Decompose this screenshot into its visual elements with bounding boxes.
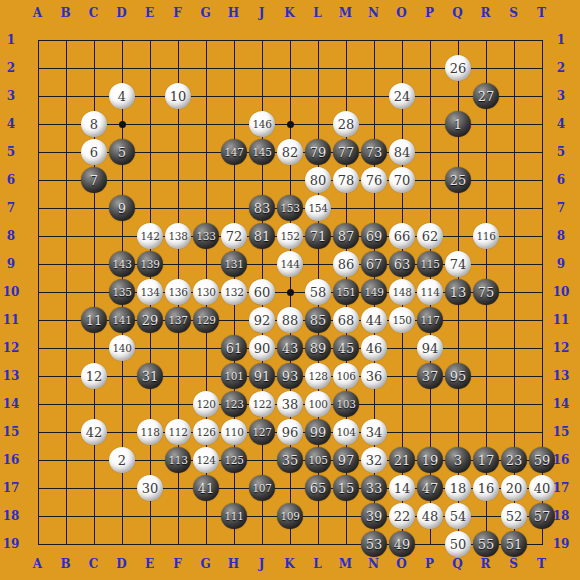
intersection-S9[interactable] [500, 250, 528, 278]
intersection-Q16[interactable]: 3 [444, 446, 472, 474]
intersection-J1[interactable] [248, 26, 276, 54]
intersection-K17[interactable] [276, 474, 304, 502]
intersection-G15[interactable]: 126 [192, 418, 220, 446]
intersection-N17[interactable]: 33 [360, 474, 388, 502]
intersection-O12[interactable] [388, 334, 416, 362]
intersection-E13[interactable]: 31 [136, 362, 164, 390]
intersection-F7[interactable] [164, 194, 192, 222]
intersection-Q3[interactable] [444, 82, 472, 110]
intersection-B2[interactable] [52, 54, 80, 82]
intersection-G1[interactable] [192, 26, 220, 54]
intersection-O18[interactable]: 22 [388, 502, 416, 530]
intersection-M2[interactable] [332, 54, 360, 82]
intersection-P13[interactable]: 37 [416, 362, 444, 390]
intersection-T18[interactable]: 57 [528, 502, 556, 530]
intersection-F10[interactable]: 136 [164, 278, 192, 306]
intersection-N9[interactable]: 67 [360, 250, 388, 278]
intersection-H6[interactable] [220, 166, 248, 194]
intersection-J17[interactable]: 107 [248, 474, 276, 502]
intersection-H17[interactable] [220, 474, 248, 502]
intersection-R18[interactable] [472, 502, 500, 530]
intersection-C16[interactable] [80, 446, 108, 474]
intersection-O10[interactable]: 148 [388, 278, 416, 306]
intersection-O11[interactable]: 150 [388, 306, 416, 334]
intersection-Q7[interactable] [444, 194, 472, 222]
intersection-P8[interactable]: 62 [416, 222, 444, 250]
intersection-D5[interactable]: 5 [108, 138, 136, 166]
intersection-H7[interactable] [220, 194, 248, 222]
intersection-L4[interactable] [304, 110, 332, 138]
intersection-H8[interactable]: 72 [220, 222, 248, 250]
intersection-O6[interactable]: 70 [388, 166, 416, 194]
intersection-B6[interactable] [52, 166, 80, 194]
intersection-K15[interactable]: 96 [276, 418, 304, 446]
intersection-A9[interactable] [24, 250, 52, 278]
intersection-A7[interactable] [24, 194, 52, 222]
intersection-A14[interactable] [24, 390, 52, 418]
intersection-T2[interactable] [528, 54, 556, 82]
intersection-Q8[interactable] [444, 222, 472, 250]
intersection-O16[interactable]: 21 [388, 446, 416, 474]
intersection-D12[interactable]: 140 [108, 334, 136, 362]
intersection-K12[interactable]: 43 [276, 334, 304, 362]
intersection-H11[interactable] [220, 306, 248, 334]
intersection-K3[interactable] [276, 82, 304, 110]
intersection-F9[interactable] [164, 250, 192, 278]
intersection-H16[interactable]: 125 [220, 446, 248, 474]
intersection-H9[interactable]: 131 [220, 250, 248, 278]
intersection-R5[interactable] [472, 138, 500, 166]
intersection-N11[interactable]: 44 [360, 306, 388, 334]
intersection-E11[interactable]: 29 [136, 306, 164, 334]
intersection-O1[interactable] [388, 26, 416, 54]
intersection-S3[interactable] [500, 82, 528, 110]
intersection-O5[interactable]: 84 [388, 138, 416, 166]
intersection-J3[interactable] [248, 82, 276, 110]
intersection-A10[interactable] [24, 278, 52, 306]
intersection-K7[interactable]: 153 [276, 194, 304, 222]
intersection-D6[interactable] [108, 166, 136, 194]
intersection-Q9[interactable]: 74 [444, 250, 472, 278]
intersection-K14[interactable]: 38 [276, 390, 304, 418]
intersection-T5[interactable] [528, 138, 556, 166]
intersection-H15[interactable]: 110 [220, 418, 248, 446]
intersection-R1[interactable] [472, 26, 500, 54]
intersection-B10[interactable] [52, 278, 80, 306]
intersection-L13[interactable]: 128 [304, 362, 332, 390]
intersection-F17[interactable] [164, 474, 192, 502]
intersection-D16[interactable]: 2 [108, 446, 136, 474]
intersection-N16[interactable]: 32 [360, 446, 388, 474]
intersection-D10[interactable]: 135 [108, 278, 136, 306]
intersection-M15[interactable]: 104 [332, 418, 360, 446]
intersection-A1[interactable] [24, 26, 52, 54]
intersection-J9[interactable] [248, 250, 276, 278]
intersection-E16[interactable] [136, 446, 164, 474]
intersection-Q18[interactable]: 54 [444, 502, 472, 530]
intersection-P15[interactable] [416, 418, 444, 446]
intersection-M14[interactable]: 103 [332, 390, 360, 418]
intersection-G11[interactable]: 129 [192, 306, 220, 334]
intersection-O15[interactable] [388, 418, 416, 446]
intersection-D1[interactable] [108, 26, 136, 54]
intersection-R17[interactable]: 16 [472, 474, 500, 502]
intersection-S19[interactable]: 51 [500, 530, 528, 558]
intersection-H1[interactable] [220, 26, 248, 54]
intersection-P14[interactable] [416, 390, 444, 418]
intersection-C3[interactable] [80, 82, 108, 110]
intersection-K13[interactable]: 93 [276, 362, 304, 390]
intersection-A17[interactable] [24, 474, 52, 502]
intersection-E4[interactable] [136, 110, 164, 138]
intersection-C14[interactable] [80, 390, 108, 418]
intersection-M18[interactable] [332, 502, 360, 530]
intersection-C1[interactable] [80, 26, 108, 54]
intersection-B12[interactable] [52, 334, 80, 362]
intersection-N18[interactable]: 39 [360, 502, 388, 530]
intersection-T4[interactable] [528, 110, 556, 138]
intersection-M7[interactable] [332, 194, 360, 222]
intersection-R16[interactable]: 17 [472, 446, 500, 474]
intersection-R2[interactable] [472, 54, 500, 82]
intersection-T12[interactable] [528, 334, 556, 362]
intersection-E3[interactable] [136, 82, 164, 110]
intersection-N2[interactable] [360, 54, 388, 82]
intersection-Q19[interactable]: 50 [444, 530, 472, 558]
intersection-D11[interactable]: 141 [108, 306, 136, 334]
intersection-M16[interactable]: 97 [332, 446, 360, 474]
intersection-S13[interactable] [500, 362, 528, 390]
intersection-K1[interactable] [276, 26, 304, 54]
intersection-S15[interactable] [500, 418, 528, 446]
intersection-M11[interactable]: 68 [332, 306, 360, 334]
intersection-A3[interactable] [24, 82, 52, 110]
intersection-J16[interactable] [248, 446, 276, 474]
intersection-A5[interactable] [24, 138, 52, 166]
intersection-S17[interactable]: 20 [500, 474, 528, 502]
intersection-M12[interactable]: 45 [332, 334, 360, 362]
intersection-O7[interactable] [388, 194, 416, 222]
intersection-C5[interactable]: 6 [80, 138, 108, 166]
intersection-T15[interactable] [528, 418, 556, 446]
intersection-T3[interactable] [528, 82, 556, 110]
intersection-G10[interactable]: 130 [192, 278, 220, 306]
intersection-H18[interactable]: 111 [220, 502, 248, 530]
intersection-R13[interactable] [472, 362, 500, 390]
intersection-L5[interactable]: 79 [304, 138, 332, 166]
intersection-H2[interactable] [220, 54, 248, 82]
intersection-Q10[interactable]: 13 [444, 278, 472, 306]
intersection-C11[interactable]: 11 [80, 306, 108, 334]
intersection-F11[interactable]: 137 [164, 306, 192, 334]
intersection-L18[interactable] [304, 502, 332, 530]
intersection-T11[interactable] [528, 306, 556, 334]
intersection-C12[interactable] [80, 334, 108, 362]
intersection-R19[interactable]: 55 [472, 530, 500, 558]
intersection-P6[interactable] [416, 166, 444, 194]
intersection-G9[interactable] [192, 250, 220, 278]
intersection-K5[interactable]: 82 [276, 138, 304, 166]
intersection-Q11[interactable] [444, 306, 472, 334]
intersection-H12[interactable]: 61 [220, 334, 248, 362]
intersection-G7[interactable] [192, 194, 220, 222]
intersection-A4[interactable] [24, 110, 52, 138]
intersection-P1[interactable] [416, 26, 444, 54]
intersection-G6[interactable] [192, 166, 220, 194]
intersection-N6[interactable]: 76 [360, 166, 388, 194]
intersection-K11[interactable]: 88 [276, 306, 304, 334]
intersection-C9[interactable] [80, 250, 108, 278]
intersection-N14[interactable] [360, 390, 388, 418]
intersection-F4[interactable] [164, 110, 192, 138]
intersection-L11[interactable]: 85 [304, 306, 332, 334]
intersection-A19[interactable] [24, 530, 52, 558]
intersection-T14[interactable] [528, 390, 556, 418]
intersection-F3[interactable]: 10 [164, 82, 192, 110]
intersection-L10[interactable]: 58 [304, 278, 332, 306]
intersection-M4[interactable]: 28 [332, 110, 360, 138]
intersection-J4[interactable]: 146 [248, 110, 276, 138]
intersection-B9[interactable] [52, 250, 80, 278]
intersection-H4[interactable] [220, 110, 248, 138]
intersection-R12[interactable] [472, 334, 500, 362]
intersection-B11[interactable] [52, 306, 80, 334]
intersection-L1[interactable] [304, 26, 332, 54]
intersection-R8[interactable]: 116 [472, 222, 500, 250]
intersection-A15[interactable] [24, 418, 52, 446]
intersection-E10[interactable]: 134 [136, 278, 164, 306]
intersection-S11[interactable] [500, 306, 528, 334]
intersection-O13[interactable] [388, 362, 416, 390]
intersection-C6[interactable]: 7 [80, 166, 108, 194]
intersection-T10[interactable] [528, 278, 556, 306]
intersection-R9[interactable] [472, 250, 500, 278]
intersection-T8[interactable] [528, 222, 556, 250]
intersection-P4[interactable] [416, 110, 444, 138]
intersection-D15[interactable] [108, 418, 136, 446]
intersection-F5[interactable] [164, 138, 192, 166]
intersection-S12[interactable] [500, 334, 528, 362]
intersection-G8[interactable]: 133 [192, 222, 220, 250]
intersection-O2[interactable] [388, 54, 416, 82]
intersection-C8[interactable] [80, 222, 108, 250]
intersection-N19[interactable]: 53 [360, 530, 388, 558]
intersection-N8[interactable]: 69 [360, 222, 388, 250]
intersection-B13[interactable] [52, 362, 80, 390]
intersection-Q4[interactable]: 1 [444, 110, 472, 138]
intersection-F14[interactable] [164, 390, 192, 418]
intersection-E7[interactable] [136, 194, 164, 222]
intersection-M3[interactable] [332, 82, 360, 110]
intersection-T9[interactable] [528, 250, 556, 278]
intersection-F1[interactable] [164, 26, 192, 54]
intersection-C4[interactable]: 8 [80, 110, 108, 138]
intersection-B1[interactable] [52, 26, 80, 54]
intersection-E14[interactable] [136, 390, 164, 418]
intersection-R15[interactable] [472, 418, 500, 446]
intersection-M19[interactable] [332, 530, 360, 558]
intersection-B8[interactable] [52, 222, 80, 250]
intersection-G16[interactable]: 124 [192, 446, 220, 474]
intersection-J6[interactable] [248, 166, 276, 194]
intersection-N1[interactable] [360, 26, 388, 54]
intersection-C10[interactable] [80, 278, 108, 306]
intersection-Q12[interactable] [444, 334, 472, 362]
intersection-P7[interactable] [416, 194, 444, 222]
intersection-B14[interactable] [52, 390, 80, 418]
intersection-M17[interactable]: 15 [332, 474, 360, 502]
intersection-J11[interactable]: 92 [248, 306, 276, 334]
intersection-A6[interactable] [24, 166, 52, 194]
intersection-P10[interactable]: 114 [416, 278, 444, 306]
intersection-T7[interactable] [528, 194, 556, 222]
intersection-P2[interactable] [416, 54, 444, 82]
intersection-M13[interactable]: 106 [332, 362, 360, 390]
intersection-R3[interactable]: 27 [472, 82, 500, 110]
intersection-M6[interactable]: 78 [332, 166, 360, 194]
intersection-R10[interactable]: 75 [472, 278, 500, 306]
intersection-E5[interactable] [136, 138, 164, 166]
intersection-E17[interactable]: 30 [136, 474, 164, 502]
intersection-F16[interactable]: 113 [164, 446, 192, 474]
intersection-K9[interactable]: 144 [276, 250, 304, 278]
intersection-L14[interactable]: 100 [304, 390, 332, 418]
intersection-R6[interactable] [472, 166, 500, 194]
intersection-G19[interactable] [192, 530, 220, 558]
intersection-M1[interactable] [332, 26, 360, 54]
intersection-O19[interactable]: 49 [388, 530, 416, 558]
intersection-C19[interactable] [80, 530, 108, 558]
intersection-D19[interactable] [108, 530, 136, 558]
intersection-F8[interactable]: 138 [164, 222, 192, 250]
intersection-E9[interactable]: 139 [136, 250, 164, 278]
intersection-A16[interactable] [24, 446, 52, 474]
intersection-P17[interactable]: 47 [416, 474, 444, 502]
intersection-E8[interactable]: 142 [136, 222, 164, 250]
intersection-N15[interactable]: 34 [360, 418, 388, 446]
intersection-N7[interactable] [360, 194, 388, 222]
intersection-N5[interactable]: 73 [360, 138, 388, 166]
intersection-R14[interactable] [472, 390, 500, 418]
intersection-M9[interactable]: 86 [332, 250, 360, 278]
intersection-A13[interactable] [24, 362, 52, 390]
intersection-G17[interactable]: 41 [192, 474, 220, 502]
intersection-S16[interactable]: 23 [500, 446, 528, 474]
intersection-D14[interactable] [108, 390, 136, 418]
intersection-O8[interactable]: 66 [388, 222, 416, 250]
intersection-Q14[interactable] [444, 390, 472, 418]
intersection-O4[interactable] [388, 110, 416, 138]
intersection-B7[interactable] [52, 194, 80, 222]
intersection-T17[interactable]: 40 [528, 474, 556, 502]
intersection-C2[interactable] [80, 54, 108, 82]
intersection-B15[interactable] [52, 418, 80, 446]
intersection-E2[interactable] [136, 54, 164, 82]
intersection-O3[interactable]: 24 [388, 82, 416, 110]
intersection-J10[interactable]: 60 [248, 278, 276, 306]
intersection-D17[interactable] [108, 474, 136, 502]
intersection-D8[interactable] [108, 222, 136, 250]
intersection-C7[interactable] [80, 194, 108, 222]
intersection-S18[interactable]: 52 [500, 502, 528, 530]
intersection-R7[interactable] [472, 194, 500, 222]
intersection-E18[interactable] [136, 502, 164, 530]
intersection-F15[interactable]: 112 [164, 418, 192, 446]
intersection-F13[interactable] [164, 362, 192, 390]
intersection-G14[interactable]: 120 [192, 390, 220, 418]
intersection-P9[interactable]: 115 [416, 250, 444, 278]
intersection-L3[interactable] [304, 82, 332, 110]
intersection-H14[interactable]: 123 [220, 390, 248, 418]
intersection-K18[interactable]: 109 [276, 502, 304, 530]
intersection-F6[interactable] [164, 166, 192, 194]
intersection-S5[interactable] [500, 138, 528, 166]
intersection-D9[interactable]: 143 [108, 250, 136, 278]
intersection-D18[interactable] [108, 502, 136, 530]
intersection-T6[interactable] [528, 166, 556, 194]
intersection-B16[interactable] [52, 446, 80, 474]
intersection-O9[interactable]: 63 [388, 250, 416, 278]
intersection-K10[interactable] [276, 278, 304, 306]
intersection-J19[interactable] [248, 530, 276, 558]
intersection-F18[interactable] [164, 502, 192, 530]
intersection-J15[interactable]: 127 [248, 418, 276, 446]
intersection-T19[interactable] [528, 530, 556, 558]
intersection-J12[interactable]: 90 [248, 334, 276, 362]
intersection-Q15[interactable] [444, 418, 472, 446]
intersection-Q1[interactable] [444, 26, 472, 54]
intersection-J2[interactable] [248, 54, 276, 82]
intersection-A18[interactable] [24, 502, 52, 530]
intersection-L7[interactable]: 154 [304, 194, 332, 222]
intersection-D7[interactable]: 9 [108, 194, 136, 222]
intersection-G2[interactable] [192, 54, 220, 82]
intersection-P3[interactable] [416, 82, 444, 110]
intersection-L12[interactable]: 89 [304, 334, 332, 362]
intersection-Q13[interactable]: 95 [444, 362, 472, 390]
intersection-H5[interactable]: 147 [220, 138, 248, 166]
intersection-D3[interactable]: 4 [108, 82, 136, 110]
intersection-N4[interactable] [360, 110, 388, 138]
intersection-G5[interactable] [192, 138, 220, 166]
intersection-H3[interactable] [220, 82, 248, 110]
intersection-K19[interactable] [276, 530, 304, 558]
intersection-J8[interactable]: 81 [248, 222, 276, 250]
intersection-A8[interactable] [24, 222, 52, 250]
intersection-B19[interactable] [52, 530, 80, 558]
intersection-L9[interactable] [304, 250, 332, 278]
intersection-O14[interactable] [388, 390, 416, 418]
intersection-L8[interactable]: 71 [304, 222, 332, 250]
intersection-S10[interactable] [500, 278, 528, 306]
intersection-P16[interactable]: 19 [416, 446, 444, 474]
intersection-D4[interactable] [108, 110, 136, 138]
intersection-H13[interactable]: 101 [220, 362, 248, 390]
intersection-O17[interactable]: 14 [388, 474, 416, 502]
intersection-S7[interactable] [500, 194, 528, 222]
intersection-P12[interactable]: 94 [416, 334, 444, 362]
intersection-C15[interactable]: 42 [80, 418, 108, 446]
intersection-J14[interactable]: 122 [248, 390, 276, 418]
intersection-T1[interactable] [528, 26, 556, 54]
intersection-E6[interactable] [136, 166, 164, 194]
intersection-J13[interactable]: 91 [248, 362, 276, 390]
intersection-S1[interactable] [500, 26, 528, 54]
intersection-S8[interactable] [500, 222, 528, 250]
intersection-E19[interactable] [136, 530, 164, 558]
intersection-B3[interactable] [52, 82, 80, 110]
intersection-Q17[interactable]: 18 [444, 474, 472, 502]
